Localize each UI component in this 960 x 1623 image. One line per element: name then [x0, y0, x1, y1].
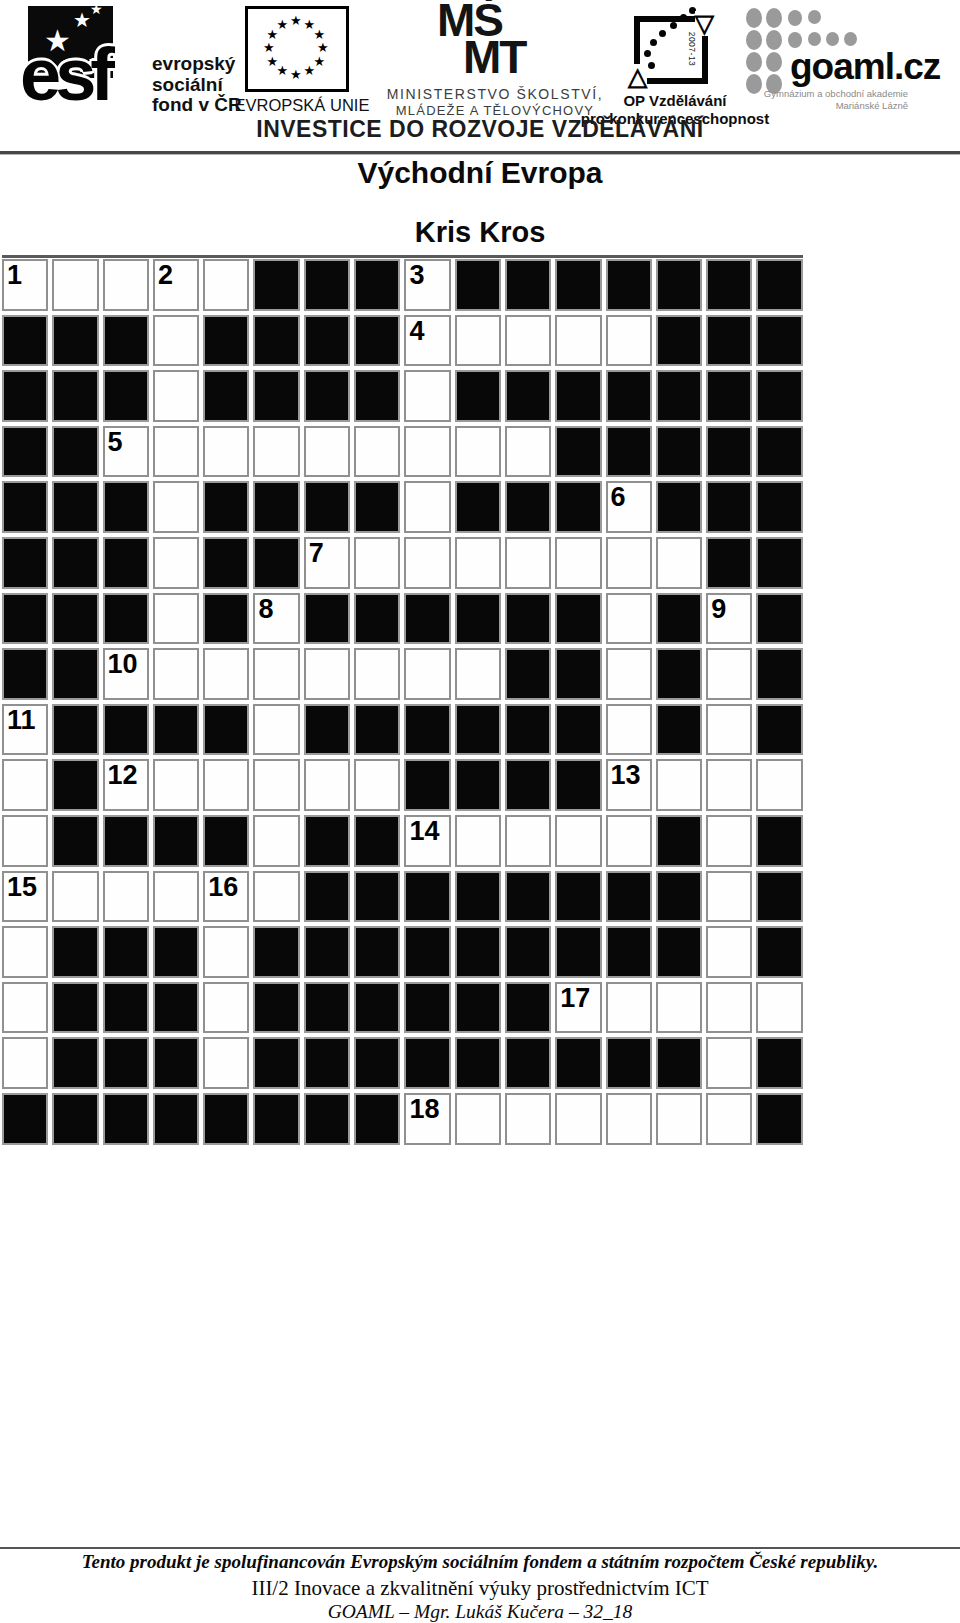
black-cell — [505, 759, 551, 811]
white-cell[interactable] — [606, 537, 652, 589]
black-cell — [52, 315, 98, 367]
clue-number: 3 — [409, 261, 424, 289]
black-cell — [52, 1093, 98, 1145]
black-cell — [756, 481, 802, 533]
eu-star-icon: ★ — [267, 55, 279, 68]
black-cell — [606, 370, 652, 422]
black-cell — [354, 481, 400, 533]
black-cell — [2, 593, 48, 645]
white-cell[interactable]: 4 — [404, 315, 450, 367]
white-cell[interactable] — [203, 259, 249, 311]
black-cell — [52, 982, 98, 1034]
clue-number: 8 — [258, 595, 273, 623]
black-cell — [756, 704, 802, 756]
white-cell[interactable]: 12 — [103, 759, 149, 811]
white-cell[interactable]: 3 — [404, 259, 450, 311]
black-cell — [103, 815, 149, 867]
white-cell[interactable]: 13 — [606, 759, 652, 811]
black-cell — [706, 481, 752, 533]
white-cell[interactable] — [203, 926, 249, 978]
white-cell[interactable]: 6 — [606, 481, 652, 533]
white-cell[interactable] — [706, 1037, 752, 1089]
black-cell — [455, 759, 501, 811]
white-cell[interactable]: 2 — [153, 259, 199, 311]
black-cell — [253, 481, 299, 533]
black-cell — [354, 1093, 400, 1145]
puzzle-subtitle: Kris Kros — [0, 216, 960, 249]
black-cell — [455, 704, 501, 756]
white-cell[interactable] — [455, 426, 501, 478]
clue-number: 16 — [208, 873, 238, 901]
white-cell[interactable] — [153, 370, 199, 422]
black-cell — [103, 315, 149, 367]
black-cell — [505, 926, 551, 978]
white-cell[interactable] — [756, 982, 802, 1034]
white-cell[interactable] — [706, 871, 752, 923]
black-cell — [404, 926, 450, 978]
op-frame-icon: △ ▽ 2007-13 — [634, 16, 708, 84]
white-cell[interactable] — [304, 759, 350, 811]
white-cell[interactable] — [153, 537, 199, 589]
white-cell[interactable] — [606, 648, 652, 700]
black-cell — [555, 593, 601, 645]
arrow-down-icon: ▽ — [695, 11, 714, 36]
white-cell[interactable] — [706, 926, 752, 978]
header-divider — [0, 151, 960, 155]
white-cell[interactable]: 11 — [2, 704, 48, 756]
black-cell — [153, 926, 199, 978]
black-cell — [304, 593, 350, 645]
black-cell — [52, 370, 98, 422]
black-cell — [555, 926, 601, 978]
white-cell[interactable] — [2, 1037, 48, 1089]
black-cell — [656, 481, 702, 533]
black-cell — [656, 871, 702, 923]
black-cell — [354, 259, 400, 311]
clue-number: 9 — [711, 595, 726, 623]
white-cell[interactable] — [505, 815, 551, 867]
black-cell — [505, 648, 551, 700]
white-cell[interactable] — [203, 648, 249, 700]
white-cell[interactable] — [153, 315, 199, 367]
black-cell — [2, 315, 48, 367]
white-cell[interactable] — [656, 759, 702, 811]
white-cell[interactable]: 8 — [253, 593, 299, 645]
black-cell — [656, 370, 702, 422]
black-cell — [555, 648, 601, 700]
clue-number: 13 — [611, 761, 641, 789]
white-cell[interactable] — [52, 259, 98, 311]
white-cell[interactable] — [52, 871, 98, 923]
black-cell — [354, 1037, 400, 1089]
black-cell — [304, 926, 350, 978]
black-cell — [656, 815, 702, 867]
black-cell — [304, 370, 350, 422]
white-cell[interactable] — [455, 315, 501, 367]
black-cell — [455, 926, 501, 978]
kriskros-grid: 123456789101112131415161718 — [2, 259, 803, 1145]
black-cell — [455, 982, 501, 1034]
black-cell — [555, 1037, 601, 1089]
white-cell[interactable] — [656, 982, 702, 1034]
black-cell — [103, 481, 149, 533]
black-cell — [505, 370, 551, 422]
clue-number: 14 — [409, 817, 439, 845]
white-cell[interactable]: 10 — [103, 648, 149, 700]
eu-star-icon: ★ — [290, 68, 302, 81]
header: ★ ★ ★ ★ esf evropský sociální fond v ČR … — [0, 0, 960, 150]
black-cell — [756, 370, 802, 422]
black-cell — [52, 815, 98, 867]
white-cell[interactable] — [253, 704, 299, 756]
white-cell[interactable] — [153, 759, 199, 811]
black-cell — [153, 1093, 199, 1145]
black-cell — [756, 537, 802, 589]
black-cell — [2, 481, 48, 533]
black-cell — [505, 871, 551, 923]
white-cell[interactable] — [203, 759, 249, 811]
eu-star-icon: ★ — [277, 18, 289, 31]
white-cell[interactable] — [253, 426, 299, 478]
black-cell — [555, 426, 601, 478]
black-cell — [555, 871, 601, 923]
black-cell — [253, 370, 299, 422]
black-cell — [253, 259, 299, 311]
footer-project-line: III/2 Inovace a zkvalitnění výuky prostř… — [0, 1576, 960, 1601]
white-cell[interactable] — [706, 982, 752, 1034]
black-cell — [52, 537, 98, 589]
black-cell — [2, 537, 48, 589]
black-cell — [304, 704, 350, 756]
black-cell — [52, 593, 98, 645]
white-cell[interactable] — [555, 815, 601, 867]
black-cell — [455, 481, 501, 533]
white-cell[interactable] — [304, 426, 350, 478]
black-cell — [656, 426, 702, 478]
black-cell — [455, 259, 501, 311]
black-cell — [103, 370, 149, 422]
investice-claim: INVESTICE DO ROZVOJE VZDĚLÁVÁNÍ — [0, 116, 960, 143]
white-cell[interactable] — [606, 593, 652, 645]
white-cell[interactable] — [153, 426, 199, 478]
black-cell — [756, 1037, 802, 1089]
black-cell — [103, 926, 149, 978]
black-cell — [203, 1093, 249, 1145]
black-cell — [656, 704, 702, 756]
clue-number: 7 — [309, 539, 324, 567]
black-cell — [103, 593, 149, 645]
white-cell[interactable] — [404, 481, 450, 533]
white-cell[interactable] — [555, 1093, 601, 1145]
black-cell — [404, 982, 450, 1034]
black-cell — [304, 1093, 350, 1145]
black-cell — [656, 593, 702, 645]
black-cell — [304, 871, 350, 923]
black-cell — [555, 759, 601, 811]
black-cell — [354, 926, 400, 978]
black-cell — [354, 871, 400, 923]
black-cell — [103, 537, 149, 589]
black-cell — [455, 1037, 501, 1089]
black-cell — [304, 481, 350, 533]
black-cell — [404, 759, 450, 811]
clue-number: 12 — [108, 761, 138, 789]
black-cell — [354, 370, 400, 422]
white-cell[interactable] — [203, 982, 249, 1034]
black-cell — [656, 259, 702, 311]
white-cell[interactable]: 15 — [2, 871, 48, 923]
black-cell — [706, 426, 752, 478]
white-cell[interactable] — [2, 982, 48, 1034]
black-cell — [2, 426, 48, 478]
black-cell — [656, 648, 702, 700]
black-cell — [253, 1093, 299, 1145]
eu-star-icon: ★ — [263, 41, 275, 54]
black-cell — [505, 593, 551, 645]
black-cell — [555, 481, 601, 533]
white-cell[interactable] — [203, 1037, 249, 1089]
white-cell[interactable] — [103, 259, 149, 311]
eu-label: EVROPSKÁ UNIE — [234, 96, 370, 115]
black-cell — [756, 593, 802, 645]
eu-star-icon: ★ — [313, 28, 325, 41]
black-cell — [2, 1093, 48, 1145]
black-cell — [756, 926, 802, 978]
black-cell — [103, 1093, 149, 1145]
white-cell[interactable]: 14 — [404, 815, 450, 867]
black-cell — [253, 982, 299, 1034]
black-cell — [455, 871, 501, 923]
black-cell — [455, 370, 501, 422]
white-cell[interactable] — [153, 593, 199, 645]
white-cell[interactable] — [455, 537, 501, 589]
black-cell — [52, 648, 98, 700]
white-cell[interactable] — [153, 871, 199, 923]
black-cell — [706, 259, 752, 311]
black-cell — [606, 1037, 652, 1089]
white-cell[interactable] — [103, 871, 149, 923]
black-cell — [706, 537, 752, 589]
white-cell[interactable] — [555, 537, 601, 589]
white-cell[interactable] — [354, 537, 400, 589]
black-cell — [505, 259, 551, 311]
black-cell — [756, 315, 802, 367]
white-cell[interactable] — [555, 315, 601, 367]
clue-number: 10 — [108, 650, 138, 678]
black-cell — [203, 315, 249, 367]
black-cell — [203, 704, 249, 756]
white-cell[interactable]: 7 — [304, 537, 350, 589]
white-cell[interactable] — [505, 537, 551, 589]
white-cell[interactable] — [354, 426, 400, 478]
black-cell — [354, 315, 400, 367]
clue-number: 5 — [108, 428, 123, 456]
white-cell[interactable] — [706, 704, 752, 756]
black-cell — [203, 593, 249, 645]
black-cell — [153, 704, 199, 756]
white-cell[interactable] — [253, 648, 299, 700]
black-cell — [153, 815, 199, 867]
black-cell — [2, 370, 48, 422]
black-cell — [52, 481, 98, 533]
white-cell[interactable] — [706, 759, 752, 811]
eu-star-icon: ★ — [317, 41, 329, 54]
clue-number: 2 — [158, 261, 173, 289]
black-cell — [455, 593, 501, 645]
white-cell[interactable]: 18 — [404, 1093, 450, 1145]
black-cell — [52, 1037, 98, 1089]
eu-star-icon: ★ — [304, 64, 316, 77]
black-cell — [656, 926, 702, 978]
white-cell[interactable] — [203, 426, 249, 478]
esf-text: evropský sociální fond v ČR — [152, 54, 242, 116]
white-cell[interactable] — [455, 648, 501, 700]
white-cell[interactable] — [455, 815, 501, 867]
white-cell[interactable]: 17 — [555, 982, 601, 1034]
white-cell[interactable] — [253, 871, 299, 923]
eu-star-icon: ★ — [290, 14, 302, 27]
black-cell — [706, 370, 752, 422]
black-cell — [304, 315, 350, 367]
black-cell — [304, 815, 350, 867]
black-cell — [706, 315, 752, 367]
white-cell[interactable] — [606, 1093, 652, 1145]
white-cell[interactable] — [404, 537, 450, 589]
black-cell — [354, 982, 400, 1034]
white-cell[interactable] — [354, 648, 400, 700]
white-cell[interactable] — [2, 926, 48, 978]
white-cell[interactable]: 1 — [2, 259, 48, 311]
white-cell[interactable] — [756, 759, 802, 811]
white-cell[interactable]: 5 — [103, 426, 149, 478]
black-cell — [756, 648, 802, 700]
white-cell[interactable] — [253, 815, 299, 867]
clue-number: 17 — [560, 984, 590, 1012]
black-cell — [52, 426, 98, 478]
white-cell[interactable] — [153, 481, 199, 533]
black-cell — [304, 259, 350, 311]
clue-number: 6 — [611, 483, 626, 511]
clue-number: 18 — [409, 1095, 439, 1123]
black-cell — [253, 926, 299, 978]
black-cell — [203, 537, 249, 589]
black-cell — [2, 648, 48, 700]
clue-number: 1 — [7, 261, 22, 289]
clue-number: 15 — [7, 873, 37, 901]
msmt-monogram-icon: MŠ MT — [437, 2, 525, 76]
clue-number: 4 — [409, 317, 424, 345]
black-cell — [505, 982, 551, 1034]
black-cell — [203, 370, 249, 422]
black-cell — [555, 704, 601, 756]
white-cell[interactable] — [606, 982, 652, 1034]
black-cell — [756, 1093, 802, 1145]
black-cell — [203, 481, 249, 533]
page-title: Východní Evropa — [0, 156, 960, 190]
black-cell — [354, 593, 400, 645]
black-cell — [354, 815, 400, 867]
black-cell — [203, 815, 249, 867]
black-cell — [606, 259, 652, 311]
black-cell — [606, 926, 652, 978]
white-cell[interactable] — [656, 537, 702, 589]
black-cell — [404, 1037, 450, 1089]
white-cell[interactable] — [606, 815, 652, 867]
white-cell[interactable] — [505, 426, 551, 478]
black-cell — [354, 704, 400, 756]
black-cell — [153, 982, 199, 1034]
black-cell — [505, 704, 551, 756]
black-cell — [404, 593, 450, 645]
white-cell[interactable] — [706, 815, 752, 867]
black-cell — [555, 259, 601, 311]
black-cell — [404, 704, 450, 756]
op-years: 2007-13 — [688, 32, 698, 67]
white-cell[interactable] — [404, 648, 450, 700]
white-cell[interactable] — [253, 759, 299, 811]
white-cell[interactable] — [354, 759, 400, 811]
black-cell — [505, 1037, 551, 1089]
white-cell[interactable] — [2, 759, 48, 811]
white-cell[interactable]: 9 — [706, 593, 752, 645]
white-cell[interactable] — [656, 1093, 702, 1145]
white-cell[interactable] — [404, 370, 450, 422]
white-cell[interactable] — [404, 426, 450, 478]
goaml-school-text: Gymnázium a obchodní akademie Mariánské … — [738, 88, 908, 112]
black-cell — [103, 1037, 149, 1089]
white-cell[interactable] — [606, 315, 652, 367]
white-cell[interactable] — [505, 1093, 551, 1145]
white-cell[interactable] — [455, 1093, 501, 1145]
black-cell — [404, 871, 450, 923]
white-cell[interactable] — [706, 1093, 752, 1145]
white-cell[interactable] — [304, 648, 350, 700]
black-cell — [756, 871, 802, 923]
footer-funding-line: Tento produkt je spolufinancován Evropsk… — [0, 1551, 960, 1573]
black-cell — [304, 1037, 350, 1089]
white-cell[interactable] — [2, 815, 48, 867]
goaml-brand: goaml.cz — [790, 48, 940, 85]
clue-number: 11 — [7, 706, 36, 734]
black-cell — [52, 704, 98, 756]
black-cell — [656, 315, 702, 367]
black-cell — [52, 926, 98, 978]
black-cell — [555, 370, 601, 422]
black-cell — [253, 315, 299, 367]
black-cell — [103, 982, 149, 1034]
white-cell[interactable] — [505, 315, 551, 367]
black-cell — [304, 982, 350, 1034]
black-cell — [606, 426, 652, 478]
black-cell — [253, 1037, 299, 1089]
black-cell — [253, 537, 299, 589]
footer-divider — [0, 1547, 960, 1549]
eu-flag-icon: ★★★★★★★★★★★★ — [245, 6, 349, 92]
black-cell — [153, 1037, 199, 1089]
black-cell — [656, 1037, 702, 1089]
white-cell[interactable] — [153, 648, 199, 700]
black-cell — [606, 871, 652, 923]
black-cell — [505, 481, 551, 533]
esf-acronym: esf — [20, 38, 109, 112]
black-cell — [52, 759, 98, 811]
white-cell[interactable]: 16 — [203, 871, 249, 923]
white-cell[interactable] — [606, 704, 652, 756]
black-cell — [756, 426, 802, 478]
black-cell — [103, 704, 149, 756]
black-cell — [756, 815, 802, 867]
white-cell[interactable] — [706, 648, 752, 700]
